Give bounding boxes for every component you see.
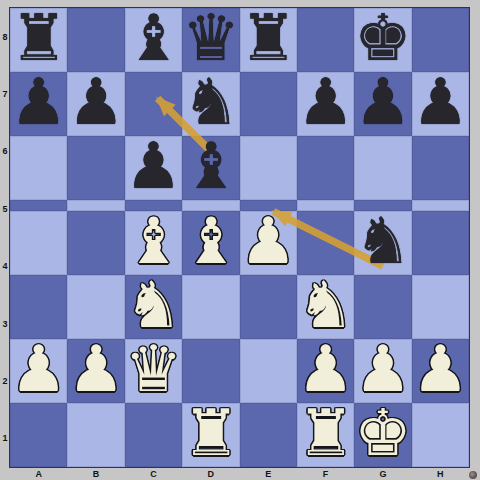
chess-board-window: ♜♝♛♜♚♟♟♞♟♟♟♟♝♝♝♟♞♞♞♟♟♛♟♟♟♜♜♚ 87654321ABC… (0, 0, 480, 480)
square-d4[interactable]: ♝ (182, 211, 239, 275)
square-b3[interactable] (67, 275, 124, 339)
square-g2[interactable]: ♟ (354, 339, 411, 403)
square-g3[interactable] (354, 275, 411, 339)
square-d8[interactable]: ♛ (182, 8, 239, 72)
square-a3[interactable] (10, 275, 67, 339)
square-f4[interactable] (297, 211, 354, 275)
piece-black-bishop-c8[interactable]: ♝ (125, 6, 182, 70)
square-d7[interactable]: ♞ (182, 72, 239, 136)
piece-white-bishop-c4[interactable]: ♝ (125, 209, 182, 273)
square-h2[interactable]: ♟ (412, 339, 469, 403)
rank-label-6: 6 (0, 123, 10, 180)
square-c4[interactable]: ♝ (125, 211, 182, 275)
square-b5[interactable] (67, 200, 124, 211)
piece-black-pawn-a7[interactable]: ♟ (10, 70, 67, 134)
piece-white-pawn-e4[interactable]: ♟ (240, 209, 297, 273)
square-h7[interactable]: ♟ (412, 72, 469, 136)
square-d1[interactable]: ♜ (182, 403, 239, 467)
chess-board: ♜♝♛♜♚♟♟♞♟♟♟♟♝♝♝♟♞♞♞♟♟♛♟♟♟♜♜♚ (10, 8, 469, 467)
square-c7[interactable] (125, 72, 182, 136)
piece-black-king-g8[interactable]: ♚ (354, 6, 411, 70)
square-c3[interactable]: ♞ (125, 275, 182, 339)
piece-white-bishop-d4[interactable]: ♝ (182, 209, 239, 273)
rank-label-4: 4 (0, 238, 10, 295)
rank-label-1: 1 (0, 410, 10, 467)
square-h5[interactable] (412, 200, 469, 211)
piece-white-rook-d1[interactable]: ♜ (182, 401, 239, 465)
square-a4[interactable] (10, 211, 67, 275)
square-a8[interactable]: ♜ (10, 8, 67, 72)
piece-black-pawn-h7[interactable]: ♟ (412, 70, 469, 134)
square-b7[interactable]: ♟ (67, 72, 124, 136)
square-c8[interactable]: ♝ (125, 8, 182, 72)
rank-label-8: 8 (0, 8, 10, 65)
piece-black-pawn-b7[interactable]: ♟ (67, 70, 124, 134)
piece-white-rook-f1[interactable]: ♜ (297, 401, 354, 465)
piece-white-knight-f3[interactable]: ♞ (297, 273, 354, 337)
square-e2[interactable] (240, 339, 297, 403)
rank-label-5: 5 (0, 180, 10, 237)
piece-white-pawn-b2[interactable]: ♟ (67, 337, 124, 401)
square-e8[interactable]: ♜ (240, 8, 297, 72)
piece-black-rook-e8[interactable]: ♜ (240, 6, 297, 70)
rank-label-2: 2 (0, 352, 10, 409)
piece-white-pawn-g2[interactable]: ♟ (354, 337, 411, 401)
piece-black-queen-d8[interactable]: ♛ (182, 6, 239, 70)
square-c6[interactable]: ♟ (125, 136, 182, 200)
square-f1[interactable]: ♜ (297, 403, 354, 467)
piece-black-bishop-d6[interactable]: ♝ (182, 134, 239, 198)
square-h8[interactable] (412, 8, 469, 72)
piece-white-knight-c3[interactable]: ♞ (125, 273, 182, 337)
square-c2[interactable]: ♛ (125, 339, 182, 403)
file-label-a: A (10, 467, 67, 480)
piece-black-pawn-c6[interactable]: ♟ (125, 134, 182, 198)
square-a5[interactable] (10, 200, 67, 211)
square-c1[interactable] (125, 403, 182, 467)
square-g1[interactable]: ♚ (354, 403, 411, 467)
square-f6[interactable] (297, 136, 354, 200)
square-b1[interactable] (67, 403, 124, 467)
square-f5[interactable] (297, 200, 354, 211)
square-a1[interactable] (10, 403, 67, 467)
piece-black-pawn-g7[interactable]: ♟ (354, 70, 411, 134)
piece-black-rook-a8[interactable]: ♜ (10, 6, 67, 70)
square-g8[interactable]: ♚ (354, 8, 411, 72)
rank-label-3: 3 (0, 295, 10, 352)
piece-white-queen-c2[interactable]: ♛ (125, 337, 182, 401)
square-h1[interactable] (412, 403, 469, 467)
piece-white-pawn-h2[interactable]: ♟ (412, 337, 469, 401)
file-label-e: E (240, 467, 297, 480)
square-d6[interactable]: ♝ (182, 136, 239, 200)
file-label-b: B (67, 467, 124, 480)
piece-black-knight-g4[interactable]: ♞ (354, 209, 411, 273)
square-e4[interactable]: ♟ (240, 211, 297, 275)
square-b2[interactable]: ♟ (67, 339, 124, 403)
square-h4[interactable] (412, 211, 469, 275)
square-d2[interactable] (182, 339, 239, 403)
square-f2[interactable]: ♟ (297, 339, 354, 403)
square-a6[interactable] (10, 136, 67, 200)
square-e3[interactable] (240, 275, 297, 339)
square-h6[interactable] (412, 136, 469, 200)
square-d3[interactable] (182, 275, 239, 339)
piece-black-pawn-f7[interactable]: ♟ (297, 70, 354, 134)
square-b8[interactable] (67, 8, 124, 72)
square-e7[interactable] (240, 72, 297, 136)
square-a2[interactable]: ♟ (10, 339, 67, 403)
square-f7[interactable]: ♟ (297, 72, 354, 136)
file-label-c: C (125, 467, 182, 480)
resize-grip-icon[interactable] (469, 471, 477, 479)
piece-white-king-g1[interactable]: ♚ (354, 401, 411, 465)
square-b4[interactable] (67, 211, 124, 275)
square-e6[interactable] (240, 136, 297, 200)
piece-white-pawn-a2[interactable]: ♟ (10, 337, 67, 401)
square-e1[interactable] (240, 403, 297, 467)
piece-white-pawn-f2[interactable]: ♟ (297, 337, 354, 401)
square-f8[interactable] (297, 8, 354, 72)
square-h3[interactable] (412, 275, 469, 339)
piece-black-knight-d7[interactable]: ♞ (182, 70, 239, 134)
square-a7[interactable]: ♟ (10, 72, 67, 136)
square-b6[interactable] (67, 136, 124, 200)
rank-label-7: 7 (0, 65, 10, 122)
file-label-h: H (412, 467, 469, 480)
square-g4[interactable]: ♞ (354, 211, 411, 275)
square-g7[interactable]: ♟ (354, 72, 411, 136)
square-f3[interactable]: ♞ (297, 275, 354, 339)
square-g6[interactable] (354, 136, 411, 200)
